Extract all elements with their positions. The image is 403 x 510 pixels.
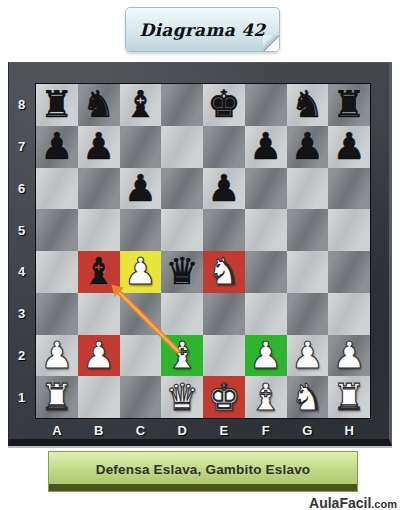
piece-black-pawn: ♟ (291, 128, 324, 165)
piece-black-queen: ♛ (166, 253, 199, 290)
square-b2: ♟ (78, 335, 120, 377)
square-a6 (36, 168, 78, 210)
square-e3 (203, 293, 245, 335)
square-d5 (161, 209, 203, 251)
square-h4 (328, 251, 370, 293)
square-g8: ♞ (287, 84, 329, 126)
file-labels: ABCDEFGH (36, 418, 370, 443)
square-b4: ♝ (78, 251, 120, 293)
piece-black-knight: ♞ (82, 86, 115, 123)
square-f3 (245, 293, 287, 335)
site-logo-suffix: .com (371, 498, 397, 510)
piece-black-knight: ♞ (291, 86, 324, 123)
rank-label-1: 1 (8, 376, 35, 418)
square-a4 (36, 251, 78, 293)
square-d6 (161, 168, 203, 210)
square-e8: ♚ (203, 84, 245, 126)
rank-label-5: 5 (8, 209, 35, 251)
piece-black-pawn: ♟ (333, 128, 366, 165)
site-logo-name: AulaFacil (309, 495, 371, 510)
square-e1: ♚ (203, 376, 245, 418)
square-b3 (78, 293, 120, 335)
square-g6 (287, 168, 329, 210)
square-d2: ♝ (161, 335, 203, 377)
piece-white-king: ♚ (207, 379, 240, 416)
square-d1: ♛ (161, 376, 203, 418)
file-label-c: C (120, 418, 162, 443)
square-e4: ♞ (203, 251, 245, 293)
square-d4: ♛ (161, 251, 203, 293)
square-a5 (36, 209, 78, 251)
square-b7: ♟ (78, 126, 120, 168)
square-b5 (78, 209, 120, 251)
file-label-f: F (245, 418, 287, 443)
piece-white-rook: ♜ (333, 379, 366, 416)
square-g4 (287, 251, 329, 293)
square-f7: ♟ (245, 126, 287, 168)
square-a3 (36, 293, 78, 335)
square-f4 (245, 251, 287, 293)
piece-white-pawn: ♟ (82, 337, 115, 374)
file-label-g: G (287, 418, 329, 443)
square-g3 (287, 293, 329, 335)
square-b8: ♞ (78, 84, 120, 126)
rank-label-4: 4 (8, 251, 35, 293)
square-h7: ♟ (328, 126, 370, 168)
square-b1 (78, 376, 120, 418)
square-f1: ♝ (245, 376, 287, 418)
square-g5 (287, 209, 329, 251)
caption-banner: Defensa Eslava, Gambito Eslavo (48, 451, 358, 492)
square-f5 (245, 209, 287, 251)
file-label-h: H (328, 418, 370, 443)
piece-black-rook: ♜ (40, 86, 73, 123)
square-a8: ♜ (36, 84, 78, 126)
piece-black-rook: ♜ (333, 86, 366, 123)
piece-black-pawn: ♟ (124, 170, 157, 207)
square-c6: ♟ (120, 168, 162, 210)
folded-corner-icon (263, 35, 280, 52)
square-f6 (245, 168, 287, 210)
diagram-title-badge: Diagrama 42 (125, 7, 280, 52)
piece-black-pawn: ♟ (207, 170, 240, 207)
square-e5 (203, 209, 245, 251)
piece-black-pawn: ♟ (249, 128, 282, 165)
square-g7: ♟ (287, 126, 329, 168)
piece-white-rook: ♜ (40, 379, 73, 416)
square-g2: ♟ (287, 335, 329, 377)
file-label-a: A (36, 418, 78, 443)
square-h3 (328, 293, 370, 335)
piece-black-pawn: ♟ (82, 128, 115, 165)
piece-white-knight: ♞ (207, 253, 240, 290)
square-b6 (78, 168, 120, 210)
square-e2 (203, 335, 245, 377)
square-f8 (245, 84, 287, 126)
square-h2: ♟ (328, 335, 370, 377)
square-c2 (120, 335, 162, 377)
square-e6: ♟ (203, 168, 245, 210)
piece-white-bishop: ♝ (166, 337, 199, 374)
page: Diagrama 42 87654321 ♜♞♝♚♞♜♟♟♟♟♟♟♟♝♟♛♞♟♟… (0, 0, 403, 510)
square-c3 (120, 293, 162, 335)
square-d8 (161, 84, 203, 126)
square-h5 (328, 209, 370, 251)
file-label-b: B (78, 418, 120, 443)
square-h6 (328, 168, 370, 210)
square-h1: ♜ (328, 376, 370, 418)
piece-white-pawn: ♟ (291, 337, 324, 374)
piece-black-pawn: ♟ (40, 128, 73, 165)
square-c5 (120, 209, 162, 251)
piece-black-bishop: ♝ (124, 86, 157, 123)
square-c8: ♝ (120, 84, 162, 126)
piece-white-pawn: ♟ (40, 337, 73, 374)
rank-label-6: 6 (8, 168, 35, 210)
rank-labels: 87654321 (8, 84, 35, 418)
square-h8: ♜ (328, 84, 370, 126)
square-c7 (120, 126, 162, 168)
square-c4: ♟ (120, 251, 162, 293)
file-label-e: E (203, 418, 245, 443)
file-label-d: D (161, 418, 203, 443)
square-c1 (120, 376, 162, 418)
rank-label-3: 3 (8, 293, 35, 335)
piece-white-knight: ♞ (291, 379, 324, 416)
chessboard: ♜♞♝♚♞♜♟♟♟♟♟♟♟♝♟♛♞♟♟♝♟♟♟♜♛♚♝♞♜ (36, 84, 370, 418)
square-d3 (161, 293, 203, 335)
square-e7 (203, 126, 245, 168)
piece-white-pawn: ♟ (333, 337, 366, 374)
piece-white-bishop: ♝ (249, 379, 282, 416)
square-a7: ♟ (36, 126, 78, 168)
caption-text: Defensa Eslava, Gambito Eslavo (96, 462, 311, 477)
piece-white-pawn: ♟ (124, 253, 157, 290)
rank-label-7: 7 (8, 126, 35, 168)
square-g1: ♞ (287, 376, 329, 418)
piece-white-queen: ♛ (166, 379, 199, 416)
square-a1: ♜ (36, 376, 78, 418)
site-logo: AulaFacil.com (309, 495, 397, 510)
piece-black-king: ♚ (207, 86, 240, 123)
rank-label-2: 2 (8, 335, 35, 377)
square-f2: ♟ (245, 335, 287, 377)
rank-label-8: 8 (8, 84, 35, 126)
piece-white-pawn: ♟ (249, 337, 282, 374)
square-a2: ♟ (36, 335, 78, 377)
square-d7 (161, 126, 203, 168)
piece-black-bishop: ♝ (82, 253, 115, 290)
diagram-title: Diagrama 42 (140, 20, 266, 40)
